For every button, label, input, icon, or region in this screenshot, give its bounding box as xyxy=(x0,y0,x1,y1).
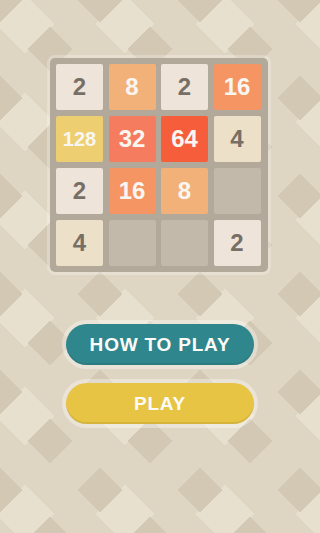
game-menu-screen: 2821612832644216842 HOW TO PLAY PLAY xyxy=(0,0,320,533)
tile-32-r2c2: 32 xyxy=(109,116,156,162)
tile-2-r4c4: 2 xyxy=(214,220,261,266)
empty-cell-r4c3 xyxy=(161,220,208,266)
empty-cell-r3c4 xyxy=(214,168,261,214)
tile-64-r2c3: 64 xyxy=(161,116,208,162)
2048-board: 2821612832644216842 xyxy=(50,58,268,272)
tile-4-r4c1: 4 xyxy=(56,220,103,266)
tile-2-r1c1: 2 xyxy=(56,64,103,110)
tile-4-r2c4: 4 xyxy=(214,116,261,162)
tile-16-r3c2: 16 xyxy=(109,168,156,214)
tile-16-r1c4: 16 xyxy=(214,64,261,110)
tile-2-r3c1: 2 xyxy=(56,168,103,214)
how-to-play-button[interactable]: HOW TO PLAY xyxy=(66,324,254,365)
empty-cell-r4c2 xyxy=(109,220,156,266)
tile-128-r2c1: 128 xyxy=(56,116,103,162)
tile-8-r3c3: 8 xyxy=(161,168,208,214)
play-label: PLAY xyxy=(134,393,186,415)
play-button[interactable]: PLAY xyxy=(66,383,254,424)
tile-8-r1c2: 8 xyxy=(109,64,156,110)
tile-2-r1c3: 2 xyxy=(161,64,208,110)
how-to-play-label: HOW TO PLAY xyxy=(90,334,231,356)
